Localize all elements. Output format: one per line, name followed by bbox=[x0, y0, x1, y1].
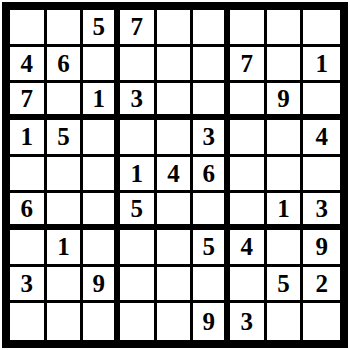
cell-r4c7[interactable] bbox=[230, 120, 267, 157]
cell-r9c1[interactable] bbox=[10, 303, 47, 340]
cell-r6c8[interactable]: 1 bbox=[267, 193, 304, 230]
cell-r6c2[interactable] bbox=[47, 193, 84, 230]
cell-r7c2[interactable]: 1 bbox=[47, 230, 84, 267]
cell-r8c7[interactable] bbox=[230, 267, 267, 304]
cell-r5c7[interactable] bbox=[230, 157, 267, 194]
given-digit: 9 bbox=[277, 86, 290, 111]
cell-r4c8[interactable] bbox=[267, 120, 304, 157]
given-digit: 7 bbox=[131, 14, 144, 39]
cell-r5c9[interactable] bbox=[303, 157, 340, 194]
cell-r4c2[interactable]: 5 bbox=[47, 120, 84, 157]
cell-r3c4[interactable]: 3 bbox=[120, 83, 157, 120]
cell-r3c5[interactable] bbox=[157, 83, 194, 120]
cell-r8c1[interactable]: 3 bbox=[10, 267, 47, 304]
cell-r2c6[interactable] bbox=[193, 47, 230, 84]
given-digit: 1 bbox=[131, 161, 144, 186]
cell-r8c5[interactable] bbox=[157, 267, 194, 304]
cell-r4c5[interactable] bbox=[157, 120, 194, 157]
given-digit: 7 bbox=[241, 51, 254, 76]
cell-r8c8[interactable]: 5 bbox=[267, 267, 304, 304]
given-digit: 6 bbox=[21, 196, 34, 221]
given-digit: 9 bbox=[92, 271, 105, 296]
cell-r4c3[interactable] bbox=[83, 120, 120, 157]
given-digit: 1 bbox=[57, 234, 70, 259]
given-digit: 9 bbox=[315, 234, 328, 259]
cell-r6c5[interactable] bbox=[157, 193, 194, 230]
cell-r5c2[interactable] bbox=[47, 157, 84, 194]
cell-r9c9[interactable] bbox=[303, 303, 340, 340]
given-digit: 5 bbox=[131, 196, 144, 221]
cell-r5c5[interactable]: 4 bbox=[157, 157, 194, 194]
cell-r3c6[interactable] bbox=[193, 83, 230, 120]
cell-r7c9[interactable]: 9 bbox=[303, 230, 340, 267]
cell-r5c4[interactable]: 1 bbox=[120, 157, 157, 194]
given-digit: 4 bbox=[241, 234, 254, 259]
cell-r9c7[interactable]: 3 bbox=[230, 303, 267, 340]
cell-r9c4[interactable] bbox=[120, 303, 157, 340]
cell-r7c4[interactable] bbox=[120, 230, 157, 267]
given-digit: 3 bbox=[241, 309, 254, 334]
cell-r2c4[interactable] bbox=[120, 47, 157, 84]
cell-r6c1[interactable]: 6 bbox=[10, 193, 47, 230]
cell-r5c8[interactable] bbox=[267, 157, 304, 194]
cell-r1c4[interactable]: 7 bbox=[120, 10, 157, 47]
cell-r7c6[interactable]: 5 bbox=[193, 230, 230, 267]
cell-r2c9[interactable]: 1 bbox=[303, 47, 340, 84]
given-digit: 5 bbox=[202, 234, 215, 259]
cell-r5c6[interactable]: 6 bbox=[193, 157, 230, 194]
cell-r3c9[interactable] bbox=[303, 83, 340, 120]
cell-r3c2[interactable] bbox=[47, 83, 84, 120]
given-digit: 3 bbox=[315, 196, 328, 221]
cell-r2c2[interactable]: 6 bbox=[47, 47, 84, 84]
cell-r8c9[interactable]: 2 bbox=[303, 267, 340, 304]
cell-r1c2[interactable] bbox=[47, 10, 84, 47]
cell-r9c3[interactable] bbox=[83, 303, 120, 340]
cell-r2c5[interactable] bbox=[157, 47, 194, 84]
given-digit: 6 bbox=[57, 51, 70, 76]
cell-r6c9[interactable]: 3 bbox=[303, 193, 340, 230]
cell-r5c3[interactable] bbox=[83, 157, 120, 194]
given-digit: 1 bbox=[21, 124, 34, 149]
cell-r9c8[interactable] bbox=[267, 303, 304, 340]
given-digit: 4 bbox=[21, 51, 34, 76]
cell-r2c1[interactable]: 4 bbox=[10, 47, 47, 84]
cell-r4c9[interactable]: 4 bbox=[303, 120, 340, 157]
cell-r1c9[interactable] bbox=[303, 10, 340, 47]
cell-r1c1[interactable] bbox=[10, 10, 47, 47]
cell-r7c8[interactable] bbox=[267, 230, 304, 267]
given-digit: 5 bbox=[92, 14, 105, 39]
cell-r8c4[interactable] bbox=[120, 267, 157, 304]
given-digit: 1 bbox=[92, 86, 105, 111]
cell-r3c1[interactable]: 7 bbox=[10, 83, 47, 120]
cell-r8c3[interactable]: 9 bbox=[83, 267, 120, 304]
cell-r6c7[interactable] bbox=[230, 193, 267, 230]
cell-r7c1[interactable] bbox=[10, 230, 47, 267]
cell-r1c3[interactable]: 5 bbox=[83, 10, 120, 47]
given-digit: 4 bbox=[315, 124, 328, 149]
sudoku-board: 5746717139153414665131549395293 bbox=[2, 2, 348, 348]
cell-r4c4[interactable] bbox=[120, 120, 157, 157]
given-digit: 2 bbox=[315, 271, 328, 296]
given-digit: 3 bbox=[131, 86, 144, 111]
cell-r6c4[interactable]: 5 bbox=[120, 193, 157, 230]
cell-r8c6[interactable] bbox=[193, 267, 230, 304]
given-digit: 5 bbox=[277, 271, 290, 296]
cell-r1c8[interactable] bbox=[267, 10, 304, 47]
given-digit: 9 bbox=[202, 309, 215, 334]
cell-r2c3[interactable] bbox=[83, 47, 120, 84]
cell-r2c8[interactable] bbox=[267, 47, 304, 84]
sudoku-page: 5746717139153414665131549395293 bbox=[0, 0, 350, 350]
cell-r1c5[interactable] bbox=[157, 10, 194, 47]
given-digit: 1 bbox=[277, 196, 290, 221]
given-digit: 5 bbox=[57, 124, 70, 149]
cell-r1c7[interactable] bbox=[230, 10, 267, 47]
cell-r7c3[interactable] bbox=[83, 230, 120, 267]
given-digit: 6 bbox=[202, 161, 215, 186]
cell-r4c6[interactable]: 3 bbox=[193, 120, 230, 157]
cell-r1c6[interactable] bbox=[193, 10, 230, 47]
given-digit: 3 bbox=[21, 271, 34, 296]
given-digit: 7 bbox=[21, 86, 34, 111]
given-digit: 1 bbox=[315, 51, 328, 76]
cell-r3c7[interactable] bbox=[230, 83, 267, 120]
cell-r6c3[interactable] bbox=[83, 193, 120, 230]
cell-r4c1[interactable]: 1 bbox=[10, 120, 47, 157]
cell-r2c7[interactable]: 7 bbox=[230, 47, 267, 84]
cell-r9c6[interactable]: 9 bbox=[193, 303, 230, 340]
cell-r5c1[interactable] bbox=[10, 157, 47, 194]
cell-r8c2[interactable] bbox=[47, 267, 84, 304]
cell-r9c5[interactable] bbox=[157, 303, 194, 340]
given-digit: 3 bbox=[202, 124, 215, 149]
cell-r3c3[interactable]: 1 bbox=[83, 83, 120, 120]
cell-r7c5[interactable] bbox=[157, 230, 194, 267]
cell-r6c6[interactable] bbox=[193, 193, 230, 230]
cell-r7c7[interactable]: 4 bbox=[230, 230, 267, 267]
given-digit: 4 bbox=[167, 161, 180, 186]
cell-r9c2[interactable] bbox=[47, 303, 84, 340]
cell-r3c8[interactable]: 9 bbox=[267, 83, 304, 120]
